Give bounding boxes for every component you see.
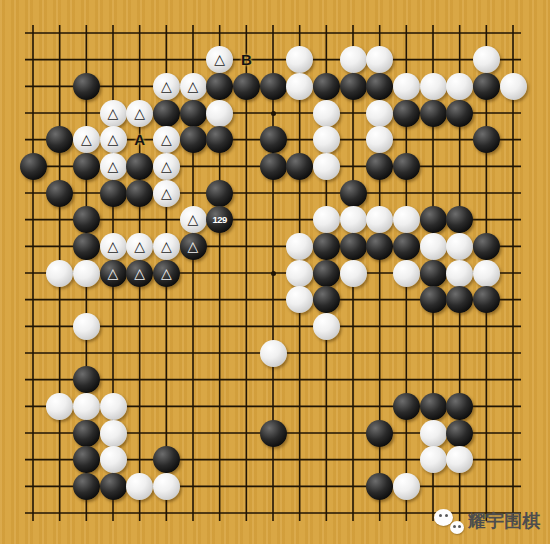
triangle-mark: △ [81, 126, 92, 153]
black-stone [393, 393, 420, 420]
white-stone-triangle: △ [180, 206, 207, 233]
black-stone [313, 73, 340, 100]
white-stone [153, 473, 180, 500]
white-stone [313, 153, 340, 180]
white-stone [473, 260, 500, 287]
black-stone [366, 473, 393, 500]
black-stone [126, 180, 153, 207]
black-stone [446, 420, 473, 447]
triangle-mark: △ [161, 233, 172, 260]
white-stone [420, 73, 447, 100]
black-stone [313, 260, 340, 287]
black-stone-triangle: △ [100, 260, 127, 287]
triangle-mark: △ [134, 100, 145, 127]
white-stone-triangle: △ [153, 233, 180, 260]
white-stone [446, 260, 473, 287]
white-stone [420, 233, 447, 260]
white-stone [340, 260, 367, 287]
black-stone [260, 420, 287, 447]
triangle-mark: △ [214, 46, 225, 73]
black-stone [420, 393, 447, 420]
black-stone [473, 286, 500, 313]
white-stone [420, 446, 447, 473]
black-stone [340, 180, 367, 207]
black-stone [180, 126, 207, 153]
white-stone [73, 393, 100, 420]
white-stone [206, 100, 233, 127]
black-stone [260, 126, 287, 153]
black-stone [366, 153, 393, 180]
white-stone [393, 260, 420, 287]
black-stone [153, 100, 180, 127]
black-stone [46, 180, 73, 207]
black-stone [313, 286, 340, 313]
watermark: 耀宇围棋 [434, 508, 540, 534]
black-stone [366, 233, 393, 260]
black-stone [286, 153, 313, 180]
black-stone [260, 73, 287, 100]
white-stone [73, 313, 100, 340]
white-stone [420, 420, 447, 447]
white-stone [286, 73, 313, 100]
black-stone [73, 233, 100, 260]
black-stone [73, 73, 100, 100]
white-stone [313, 100, 340, 127]
white-stone [313, 126, 340, 153]
triangle-mark: △ [108, 126, 119, 153]
triangle-mark: △ [161, 73, 172, 100]
black-stone [73, 206, 100, 233]
white-stone-triangle: △ [153, 153, 180, 180]
black-stone [73, 153, 100, 180]
black-stone [73, 473, 100, 500]
black-stone [233, 73, 260, 100]
black-stone [206, 180, 233, 207]
white-stone [73, 260, 100, 287]
black-stone [393, 233, 420, 260]
point-label-B: B [233, 46, 260, 73]
white-stone-triangle: △ [100, 126, 127, 153]
hoshi-point [271, 271, 276, 276]
triangle-mark: △ [161, 180, 172, 207]
point-label-A: A [126, 126, 153, 153]
triangle-mark: △ [108, 100, 119, 127]
triangle-mark: △ [108, 153, 119, 180]
white-stone-triangle: △ [126, 233, 153, 260]
white-stone [393, 73, 420, 100]
watermark-bubble-small [450, 521, 464, 534]
white-stone [393, 473, 420, 500]
black-stone [126, 153, 153, 180]
watermark-text: 耀宇围棋 [468, 509, 540, 533]
white-stone [393, 206, 420, 233]
black-stone [420, 260, 447, 287]
black-stone [446, 393, 473, 420]
white-stone [260, 340, 287, 367]
white-stone-triangle: △ [100, 233, 127, 260]
white-stone [500, 73, 527, 100]
triangle-mark: △ [188, 73, 199, 100]
triangle-mark: △ [108, 233, 119, 260]
white-stone [46, 260, 73, 287]
black-stone [100, 180, 127, 207]
triangle-mark: △ [134, 233, 145, 260]
black-stone [446, 100, 473, 127]
black-stone [313, 233, 340, 260]
black-stone [73, 420, 100, 447]
white-stone [313, 313, 340, 340]
white-stone-triangle: △ [100, 153, 127, 180]
triangle-mark: △ [134, 260, 145, 287]
black-stone [153, 446, 180, 473]
white-stone-triangle: △ [126, 100, 153, 127]
white-stone [46, 393, 73, 420]
black-stone [340, 233, 367, 260]
white-stone [100, 446, 127, 473]
white-stone-triangle: △ [73, 126, 100, 153]
white-stone [340, 46, 367, 73]
white-stone [313, 206, 340, 233]
black-stone [100, 473, 127, 500]
watermark-logo-icon [434, 508, 464, 534]
black-stone [206, 73, 233, 100]
black-stone [473, 233, 500, 260]
triangle-mark: △ [161, 153, 172, 180]
black-stone [73, 446, 100, 473]
white-stone [126, 473, 153, 500]
move-number: 129 [212, 214, 226, 225]
white-stone-triangle: △ [153, 126, 180, 153]
white-stone [286, 260, 313, 287]
triangle-mark: △ [161, 260, 172, 287]
hoshi-point [271, 111, 276, 116]
black-stone [340, 73, 367, 100]
go-board[interactable]: △△△△△△△△△△△△129△△△△△△△AB 耀宇围棋 [0, 0, 550, 544]
black-stone [473, 126, 500, 153]
black-stone [20, 153, 47, 180]
white-stone [100, 420, 127, 447]
white-stone-triangle: △ [153, 73, 180, 100]
white-stone [366, 100, 393, 127]
black-stone [180, 100, 207, 127]
black-stone-triangle: △ [180, 233, 207, 260]
black-stone [366, 73, 393, 100]
triangle-mark: △ [188, 206, 199, 233]
white-stone-triangle: △ [180, 73, 207, 100]
white-stone-triangle: △ [153, 180, 180, 207]
black-stone [420, 100, 447, 127]
black-stone-triangle: △ [153, 260, 180, 287]
black-stone [73, 366, 100, 393]
black-stone-triangle: △ [126, 260, 153, 287]
white-stone [446, 73, 473, 100]
white-stone [473, 46, 500, 73]
black-stone [366, 420, 393, 447]
white-stone [340, 206, 367, 233]
black-stone [420, 286, 447, 313]
black-stone [393, 100, 420, 127]
triangle-mark: △ [108, 260, 119, 287]
triangle-mark: △ [188, 233, 199, 260]
white-stone [446, 233, 473, 260]
white-stone-triangle: △ [100, 100, 127, 127]
black-stone [393, 153, 420, 180]
black-stone [420, 206, 447, 233]
black-stone [473, 73, 500, 100]
black-stone [260, 153, 287, 180]
triangle-mark: △ [161, 126, 172, 153]
white-stone [100, 393, 127, 420]
white-stone [286, 233, 313, 260]
